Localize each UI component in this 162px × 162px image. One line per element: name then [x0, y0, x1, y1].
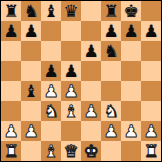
square-g7[interactable]: ♟: [121, 21, 141, 41]
black-knight[interactable]: ♞: [23, 1, 38, 21]
square-c1[interactable]: ♝: [41, 141, 61, 161]
black-rook[interactable]: ♜: [3, 1, 18, 21]
square-g2[interactable]: ♟: [121, 121, 141, 141]
square-d8[interactable]: ♛: [61, 1, 81, 21]
square-a5[interactable]: [1, 61, 21, 81]
square-c4[interactable]: ♟: [41, 81, 61, 101]
chess-board: ♜♞♝♛♜♚♟♟♟♟♟♟♞♟♟♝♟♟♞♝♟♞♟♟♟♟♟♜♝♛♚♜: [0, 0, 162, 162]
square-f8[interactable]: ♜: [101, 1, 121, 21]
black-king[interactable]: ♚: [123, 1, 138, 21]
square-g1[interactable]: [121, 141, 141, 161]
square-h7[interactable]: ♟: [141, 21, 161, 41]
square-c3[interactable]: ♞: [41, 101, 61, 121]
white-bishop[interactable]: ♝: [43, 141, 58, 161]
square-e4[interactable]: [81, 81, 101, 101]
white-pawn[interactable]: ♟: [3, 121, 18, 141]
square-b1[interactable]: [21, 141, 41, 161]
black-knight[interactable]: ♞: [103, 41, 118, 61]
white-pawn[interactable]: ♟: [123, 121, 138, 141]
white-pawn[interactable]: ♟: [43, 81, 58, 101]
white-rook[interactable]: ♜: [143, 141, 158, 161]
square-f1[interactable]: [101, 141, 121, 161]
black-pawn[interactable]: ♟: [143, 21, 158, 41]
square-h3[interactable]: [141, 101, 161, 121]
white-knight[interactable]: ♞: [43, 101, 58, 121]
white-king[interactable]: ♚: [83, 141, 98, 161]
square-c7[interactable]: [41, 21, 61, 41]
square-a6[interactable]: [1, 41, 21, 61]
square-c8[interactable]: ♝: [41, 1, 61, 21]
square-c2[interactable]: [41, 121, 61, 141]
square-f7[interactable]: ♟: [101, 21, 121, 41]
black-pawn[interactable]: ♟: [43, 61, 58, 81]
square-f6[interactable]: ♞: [101, 41, 121, 61]
square-d4[interactable]: ♟: [61, 81, 81, 101]
white-knight[interactable]: ♞: [103, 101, 118, 121]
white-queen[interactable]: ♛: [63, 141, 78, 161]
square-g8[interactable]: ♚: [121, 1, 141, 21]
square-f3[interactable]: ♞: [101, 101, 121, 121]
square-g6[interactable]: [121, 41, 141, 61]
square-b6[interactable]: [21, 41, 41, 61]
square-b7[interactable]: ♟: [21, 21, 41, 41]
square-e7[interactable]: [81, 21, 101, 41]
black-pawn[interactable]: ♟: [83, 41, 98, 61]
square-g4[interactable]: [121, 81, 141, 101]
square-f5[interactable]: [101, 61, 121, 81]
square-h8[interactable]: [141, 1, 161, 21]
square-e6[interactable]: ♟: [81, 41, 101, 61]
black-pawn[interactable]: ♟: [3, 21, 18, 41]
square-h1[interactable]: ♜: [141, 141, 161, 161]
square-d5[interactable]: ♟: [61, 61, 81, 81]
square-c5[interactable]: ♟: [41, 61, 61, 81]
square-b3[interactable]: [21, 101, 41, 121]
white-bishop[interactable]: ♝: [63, 101, 78, 121]
square-e1[interactable]: ♚: [81, 141, 101, 161]
square-d1[interactable]: ♛: [61, 141, 81, 161]
black-queen[interactable]: ♛: [63, 1, 78, 21]
square-d2[interactable]: [61, 121, 81, 141]
square-b8[interactable]: ♞: [21, 1, 41, 21]
black-pawn[interactable]: ♟: [103, 21, 118, 41]
white-pawn[interactable]: ♟: [103, 121, 118, 141]
square-d7[interactable]: [61, 21, 81, 41]
square-f4[interactable]: [101, 81, 121, 101]
white-pawn[interactable]: ♟: [23, 121, 38, 141]
square-f2[interactable]: ♟: [101, 121, 121, 141]
square-d6[interactable]: [61, 41, 81, 61]
white-pawn[interactable]: ♟: [63, 81, 78, 101]
white-pawn[interactable]: ♟: [83, 101, 98, 121]
square-a4[interactable]: [1, 81, 21, 101]
square-a3[interactable]: [1, 101, 21, 121]
square-c6[interactable]: [41, 41, 61, 61]
square-h2[interactable]: ♟: [141, 121, 161, 141]
black-pawn[interactable]: ♟: [63, 61, 78, 81]
square-a8[interactable]: ♜: [1, 1, 21, 21]
white-rook[interactable]: ♜: [3, 141, 18, 161]
square-e3[interactable]: ♟: [81, 101, 101, 121]
white-pawn[interactable]: ♟: [143, 121, 158, 141]
square-e2[interactable]: [81, 121, 101, 141]
square-e5[interactable]: [81, 61, 101, 81]
square-b4[interactable]: ♝: [21, 81, 41, 101]
square-g3[interactable]: [121, 101, 141, 121]
square-a2[interactable]: ♟: [1, 121, 21, 141]
black-pawn[interactable]: ♟: [123, 21, 138, 41]
square-a7[interactable]: ♟: [1, 21, 21, 41]
square-a1[interactable]: ♜: [1, 141, 21, 161]
square-h4[interactable]: [141, 81, 161, 101]
black-pawn[interactable]: ♟: [23, 21, 38, 41]
square-h6[interactable]: [141, 41, 161, 61]
square-e8[interactable]: [81, 1, 101, 21]
square-h5[interactable]: [141, 61, 161, 81]
square-d3[interactable]: ♝: [61, 101, 81, 121]
black-rook[interactable]: ♜: [103, 1, 118, 21]
square-b2[interactable]: ♟: [21, 121, 41, 141]
black-bishop[interactable]: ♝: [23, 81, 38, 101]
black-bishop[interactable]: ♝: [43, 1, 58, 21]
square-b5[interactable]: [21, 61, 41, 81]
square-g5[interactable]: [121, 61, 141, 81]
